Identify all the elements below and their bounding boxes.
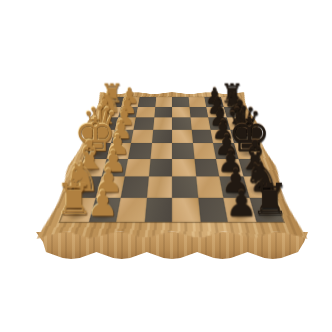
piece-white-rook-h1: ♜ xyxy=(60,197,95,222)
piece-black-pawn-h7: ♟ xyxy=(223,197,256,222)
chess-set-photo: ♜♞♝♛♚♝♞♜♟♟♟♟♟♟♟♟♟♟♟♟♟♟♟♟♜♞♝♛♚♝♞♜ xyxy=(0,0,332,332)
pieces-layer: ♜♞♝♛♚♝♞♜♟♟♟♟♟♟♟♟♟♟♟♟♟♟♟♟♜♞♝♛♚♝♞♜ xyxy=(60,97,283,222)
white-rook-glyph: ♜ xyxy=(56,179,94,221)
black-pawn-glyph: ♟ xyxy=(226,185,258,220)
scene: ♜♞♝♛♚♝♞♜♟♟♟♟♟♟♟♟♟♟♟♟♟♟♟♟♜♞♝♛♚♝♞♜ xyxy=(0,0,332,332)
chessboard: ♜♞♝♛♚♝♞♜♟♟♟♟♟♟♟♟♟♟♟♟♟♟♟♟♜♞♝♛♚♝♞♜ xyxy=(37,92,307,239)
